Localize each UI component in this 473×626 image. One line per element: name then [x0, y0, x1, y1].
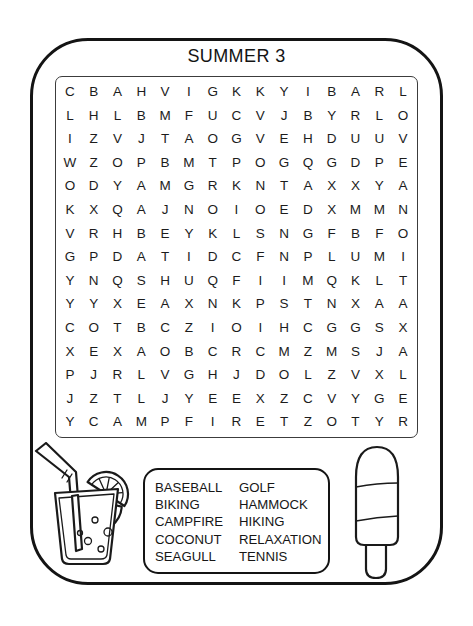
grid-cell[interactable]: D — [201, 245, 225, 269]
grid-cell[interactable]: Y — [344, 387, 368, 411]
grid-cell[interactable]: I — [248, 269, 272, 293]
grid-cell[interactable]: S — [367, 316, 391, 340]
grid-cell[interactable]: X — [367, 363, 391, 387]
grid-cell[interactable]: W — [58, 151, 82, 175]
grid-cell[interactable]: P — [82, 245, 106, 269]
grid-cell[interactable]: A — [391, 174, 415, 198]
grid-cell[interactable]: U — [201, 104, 225, 128]
grid-cell[interactable]: C — [225, 104, 249, 128]
grid-cell[interactable]: A — [106, 80, 130, 104]
word-list-item: HIKING — [239, 513, 324, 530]
grid-cell[interactable]: R — [344, 104, 368, 128]
grid-cell[interactable]: X — [82, 198, 106, 222]
grid-cell[interactable]: Y — [272, 80, 296, 104]
grid-cell[interactable]: K — [58, 198, 82, 222]
grid-cell[interactable]: V — [153, 363, 177, 387]
grid-cell[interactable]: K — [225, 292, 249, 316]
grid-cell[interactable]: M — [296, 269, 320, 293]
grid-cell[interactable]: D — [296, 198, 320, 222]
grid-cell[interactable]: H — [201, 363, 225, 387]
grid-cell[interactable]: X — [106, 340, 130, 364]
grid-cell[interactable]: P — [248, 292, 272, 316]
word-list-item: BASEBALL — [155, 479, 239, 496]
grid-cell[interactable]: I — [201, 410, 225, 434]
grid-cell[interactable]: I — [225, 198, 249, 222]
grid-cell[interactable]: K — [225, 80, 249, 104]
grid-cell[interactable]: O — [391, 222, 415, 246]
grid-cell[interactable]: T — [344, 410, 368, 434]
word-list-item: COCONUT — [155, 531, 239, 548]
grid-cell[interactable]: R — [367, 80, 391, 104]
grid-cell[interactable]: V — [391, 127, 415, 151]
grid-cell[interactable]: R — [201, 174, 225, 198]
grid-cell[interactable]: J — [272, 104, 296, 128]
grid-cell[interactable]: O — [248, 151, 272, 175]
grid-cell[interactable]: E — [391, 151, 415, 175]
grid-cell[interactable]: O — [225, 316, 249, 340]
grid-cell[interactable]: Y — [177, 222, 201, 246]
grid-cell[interactable]: T — [272, 174, 296, 198]
grid-cell[interactable]: H — [82, 104, 106, 128]
grid-cell[interactable]: V — [248, 104, 272, 128]
grid-cell[interactable]: C — [201, 340, 225, 364]
grid-cell[interactable]: T — [153, 245, 177, 269]
word-list-column-2: GOLFHAMMOCKHIKINGRELAXATIONTENNIS — [239, 479, 324, 566]
grid-cell[interactable]: N — [201, 292, 225, 316]
grid-cell[interactable]: Y — [177, 387, 201, 411]
grid-cell[interactable]: X — [106, 292, 130, 316]
grid-cell[interactable]: K — [248, 80, 272, 104]
grid-cell[interactable]: I — [58, 127, 82, 151]
grid-cell[interactable]: L — [129, 387, 153, 411]
grid-cell[interactable]: Y — [367, 410, 391, 434]
grid-cell[interactable]: N — [320, 292, 344, 316]
grid-cell[interactable]: A — [391, 340, 415, 364]
grid-cell[interactable]: P — [225, 151, 249, 175]
grid-cell[interactable]: B — [129, 104, 153, 128]
grid-cell[interactable]: D — [106, 245, 130, 269]
grid-cell[interactable]: K — [225, 174, 249, 198]
grid-cell[interactable]: O — [320, 410, 344, 434]
grid-cell[interactable]: E — [201, 387, 225, 411]
grid-cell[interactable]: O — [153, 340, 177, 364]
grid-cell[interactable]: H — [296, 127, 320, 151]
grid-cell[interactable]: Z — [82, 151, 106, 175]
grid-cell[interactable]: O — [201, 198, 225, 222]
puzzle-title: SUMMER 3 — [0, 46, 473, 67]
grid-cell[interactable]: O — [201, 127, 225, 151]
grid-cell[interactable]: G — [320, 151, 344, 175]
grid-cell[interactable]: B — [177, 340, 201, 364]
letter-grid: CBAHVIGKKYIBARLLHLBMFUCVJBYRLOIZVJTAOGVE… — [55, 76, 418, 438]
grid-cell[interactable]: C — [82, 410, 106, 434]
grid-cell[interactable]: I — [296, 80, 320, 104]
grid-cell[interactable]: Z — [272, 387, 296, 411]
grid-cell[interactable]: F — [320, 222, 344, 246]
grid-cell[interactable]: L — [367, 104, 391, 128]
grid-cell[interactable]: E — [129, 292, 153, 316]
grid-cell[interactable]: V — [344, 363, 368, 387]
grid-cell[interactable]: N — [272, 222, 296, 246]
grid-cell[interactable]: B — [320, 80, 344, 104]
grid-cell[interactable]: M — [153, 104, 177, 128]
grid-cell[interactable]: A — [153, 292, 177, 316]
grid-cell[interactable]: O — [272, 363, 296, 387]
word-list-item: HAMMOCK — [239, 496, 324, 513]
grid-cell[interactable]: J — [153, 387, 177, 411]
drink-glass-icon — [34, 442, 134, 584]
grid-cell[interactable]: I — [248, 316, 272, 340]
grid-cell[interactable]: B — [344, 222, 368, 246]
grid-cell[interactable]: T — [153, 127, 177, 151]
grid-cell[interactable]: T — [391, 269, 415, 293]
grid-cell[interactable]: Y — [58, 410, 82, 434]
grid-cell[interactable]: A — [296, 174, 320, 198]
grid-cell[interactable]: A — [344, 80, 368, 104]
grid-cell[interactable]: L — [391, 363, 415, 387]
grid-cell[interactable]: Q — [320, 269, 344, 293]
grid-cell[interactable]: S — [344, 340, 368, 364]
word-list-box: BASEBALLBIKINGCAMPFIRECOCONUTSEAGULL GOL… — [143, 468, 330, 574]
grid-cell[interactable]: N — [272, 245, 296, 269]
grid-cell[interactable]: L — [225, 222, 249, 246]
grid-cell[interactable]: E — [391, 387, 415, 411]
grid-cell[interactable]: P — [153, 410, 177, 434]
grid-cell[interactable]: O — [106, 151, 130, 175]
grid-cell[interactable]: V — [248, 127, 272, 151]
grid-cell[interactable]: V — [153, 80, 177, 104]
grid-cell[interactable]: J — [367, 340, 391, 364]
grid-cell[interactable]: B — [129, 316, 153, 340]
grid-cell[interactable]: Z — [82, 127, 106, 151]
grid-cell[interactable]: P — [296, 245, 320, 269]
grid-cell[interactable]: E — [153, 222, 177, 246]
grid-cell[interactable]: M — [367, 245, 391, 269]
grid-cell[interactable]: D — [248, 363, 272, 387]
grid-cell[interactable]: H — [106, 222, 130, 246]
grid-cell[interactable]: G — [177, 174, 201, 198]
grid-cell[interactable]: F — [177, 104, 201, 128]
grid-cell[interactable]: G — [58, 245, 82, 269]
grid-cell[interactable]: I — [177, 80, 201, 104]
grid-cell[interactable]: C — [296, 316, 320, 340]
grid-cell[interactable]: G — [367, 387, 391, 411]
grid-cell[interactable]: U — [344, 245, 368, 269]
grid-cell[interactable]: H — [153, 269, 177, 293]
grid-cell[interactable]: B — [296, 104, 320, 128]
grid-cell[interactable]: K — [201, 222, 225, 246]
word-list-item: BIKING — [155, 496, 239, 513]
word-list-column-1: BASEBALLBIKINGCAMPFIRECOCONUTSEAGULL — [155, 479, 239, 566]
grid-cell[interactable]: J — [129, 127, 153, 151]
grid-cell[interactable]: Z — [320, 363, 344, 387]
grid-cell[interactable]: B — [82, 80, 106, 104]
grid-cell[interactable]: R — [225, 410, 249, 434]
grid-cell[interactable]: F — [367, 222, 391, 246]
grid-cell[interactable]: R — [82, 222, 106, 246]
grid-cell[interactable]: Z — [296, 340, 320, 364]
grid-cell[interactable]: O — [391, 104, 415, 128]
grid-cell[interactable]: C — [58, 80, 82, 104]
grid-cell[interactable]: A — [129, 340, 153, 364]
grid-cell[interactable]: G — [344, 316, 368, 340]
grid-cell[interactable]: O — [58, 174, 82, 198]
word-list-item: SEAGULL — [155, 548, 239, 565]
grid-cell[interactable]: U — [367, 127, 391, 151]
grid-cell[interactable]: A — [106, 410, 130, 434]
grid-cell[interactable]: Y — [58, 269, 82, 293]
grid-cell[interactable]: O — [82, 316, 106, 340]
grid-cell[interactable]: G — [225, 127, 249, 151]
grid-cell[interactable]: N — [177, 198, 201, 222]
grid-cell[interactable]: F — [177, 410, 201, 434]
grid-cell[interactable]: L — [391, 80, 415, 104]
grid-cell[interactable]: M — [129, 410, 153, 434]
grid-cell[interactable]: H — [272, 316, 296, 340]
grid-cell[interactable]: X — [320, 198, 344, 222]
grid-cell[interactable]: Q — [106, 269, 130, 293]
word-list-item: TENNIS — [239, 548, 324, 565]
grid-cell[interactable]: G — [272, 151, 296, 175]
grid-cell[interactable]: T — [272, 410, 296, 434]
grid-cell[interactable]: G — [177, 363, 201, 387]
grid-cell[interactable]: F — [248, 245, 272, 269]
grid-cell[interactable]: P — [367, 151, 391, 175]
grid-cell[interactable]: Z — [82, 387, 106, 411]
grid-cell[interactable]: M — [177, 151, 201, 175]
grid-cell[interactable]: J — [82, 363, 106, 387]
grid-cell[interactable]: S — [129, 269, 153, 293]
grid-cell[interactable]: L — [129, 363, 153, 387]
grid-cell[interactable]: V — [106, 127, 130, 151]
grid-cell[interactable]: M — [344, 198, 368, 222]
grid-cell[interactable]: T — [106, 387, 130, 411]
grid-cell[interactable]: X — [58, 340, 82, 364]
grid-cell[interactable]: I — [177, 245, 201, 269]
grid-cell[interactable]: X — [344, 292, 368, 316]
grid-cell[interactable]: U — [344, 127, 368, 151]
grid-cell[interactable]: R — [391, 410, 415, 434]
grid-cell[interactable]: M — [153, 174, 177, 198]
grid-cell[interactable]: S — [272, 292, 296, 316]
grid-cell[interactable]: X — [177, 292, 201, 316]
grid-cell[interactable]: G — [201, 80, 225, 104]
grid-cell[interactable]: A — [129, 245, 153, 269]
grid-cell[interactable]: C — [58, 316, 82, 340]
grid-cell[interactable]: F — [225, 269, 249, 293]
grid-cell[interactable]: C — [248, 340, 272, 364]
grid-cell[interactable]: A — [177, 127, 201, 151]
grid-cell[interactable]: J — [58, 387, 82, 411]
grid-cell[interactable]: A — [129, 174, 153, 198]
grid-cell[interactable]: J — [225, 363, 249, 387]
grid-cell[interactable]: V — [58, 222, 82, 246]
grid-cell[interactable]: E — [272, 127, 296, 151]
grid-cell[interactable]: Y — [320, 104, 344, 128]
grid-cell[interactable]: P — [129, 151, 153, 175]
grid-cell[interactable]: X — [391, 316, 415, 340]
popsicle-icon — [350, 441, 404, 585]
grid-cell[interactable]: C — [296, 387, 320, 411]
grid-cell[interactable]: L — [367, 269, 391, 293]
grid-cell[interactable]: O — [248, 198, 272, 222]
grid-cell[interactable]: E — [272, 198, 296, 222]
grid-cell[interactable]: Q — [106, 198, 130, 222]
grid-cell[interactable]: M — [272, 340, 296, 364]
grid-cell[interactable]: N — [391, 198, 415, 222]
grid-cell[interactable]: G — [320, 316, 344, 340]
grid-cell[interactable]: J — [153, 198, 177, 222]
grid-cell[interactable]: D — [344, 151, 368, 175]
grid-cell[interactable]: M — [320, 340, 344, 364]
grid-cell[interactable]: I — [391, 245, 415, 269]
grid-cell[interactable]: D — [320, 127, 344, 151]
grid-cell[interactable]: L — [320, 245, 344, 269]
grid-cell[interactable]: L — [106, 104, 130, 128]
grid-cell[interactable]: C — [225, 245, 249, 269]
grid-cell[interactable]: G — [296, 222, 320, 246]
grid-cell[interactable]: U — [177, 269, 201, 293]
grid-cell[interactable]: Z — [177, 316, 201, 340]
grid-cell[interactable]: K — [344, 269, 368, 293]
grid-cell[interactable]: X — [248, 387, 272, 411]
grid-cell[interactable]: H — [129, 80, 153, 104]
grid-cell[interactable]: R — [106, 363, 130, 387]
grid-cell[interactable]: Y — [58, 292, 82, 316]
grid-cell[interactable]: E — [248, 410, 272, 434]
grid-cell[interactable]: V — [320, 387, 344, 411]
grid-cell[interactable]: T — [201, 151, 225, 175]
grid-cell[interactable]: A — [129, 198, 153, 222]
grid-cell[interactable]: S — [248, 222, 272, 246]
grid-cell[interactable]: N — [82, 269, 106, 293]
grid-cell[interactable]: Q — [296, 151, 320, 175]
grid-cell[interactable]: D — [82, 174, 106, 198]
grid-cell[interactable]: E — [225, 387, 249, 411]
grid-cell[interactable]: P — [58, 363, 82, 387]
grid-cell[interactable]: L — [58, 104, 82, 128]
word-list-item: CAMPFIRE — [155, 513, 239, 530]
grid-cell[interactable]: E — [82, 340, 106, 364]
grid-cell[interactable]: T — [296, 292, 320, 316]
word-list-item: GOLF — [239, 479, 324, 496]
grid-cell[interactable]: X — [344, 174, 368, 198]
grid-cell[interactable]: Y — [106, 174, 130, 198]
grid-cell[interactable]: A — [367, 292, 391, 316]
grid-cell[interactable]: X — [320, 174, 344, 198]
grid-cell[interactable]: A — [391, 292, 415, 316]
grid-cell[interactable]: Y — [82, 292, 106, 316]
grid-cell[interactable]: C — [153, 316, 177, 340]
word-list-item: RELAXATION — [239, 531, 324, 548]
grid-cell[interactable]: R — [225, 340, 249, 364]
grid-cell[interactable]: T — [106, 316, 130, 340]
grid-cell[interactable]: Z — [296, 410, 320, 434]
grid-cell[interactable]: N — [248, 174, 272, 198]
grid-cell[interactable]: I — [201, 316, 225, 340]
grid-cell[interactable]: I — [272, 269, 296, 293]
grid-cell[interactable]: B — [153, 151, 177, 175]
grid-cell[interactable]: L — [296, 363, 320, 387]
grid-cell[interactable]: Y — [367, 174, 391, 198]
grid-cell[interactable]: M — [367, 198, 391, 222]
grid-cell[interactable]: Q — [201, 269, 225, 293]
grid-cell[interactable]: B — [129, 222, 153, 246]
